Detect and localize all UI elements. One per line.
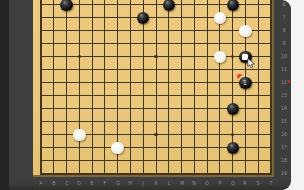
col-label-b: B — [52, 181, 55, 186]
col-label-d: D — [77, 181, 81, 186]
col-label-l: L — [167, 181, 170, 186]
col-label-k: K — [154, 181, 157, 186]
col-label-q: Q — [231, 181, 235, 186]
col-label-t: T — [270, 181, 273, 186]
col-label-r: R — [244, 181, 247, 186]
col-label-o: O — [205, 181, 209, 186]
col-label-n: N — [193, 181, 197, 186]
col-label-h: H — [129, 181, 133, 186]
col-label-m: M — [180, 181, 184, 186]
col-label-s: S — [257, 181, 260, 186]
col-label-e: E — [91, 181, 94, 186]
col-label-c: C — [65, 181, 68, 186]
video-panel[interactable]: 1 678910111213141516171819 ABCDEFGHJKLMN… — [0, 0, 291, 190]
row-12-red-dot — [288, 80, 291, 83]
col-label-g: G — [116, 181, 120, 186]
col-label-p: P — [218, 181, 221, 186]
col-label-a: A — [39, 181, 42, 186]
col-label-f: F — [104, 181, 107, 186]
screenshot-root: 1 678910111213141516171819 ABCDEFGHJKLMN… — [0, 0, 304, 190]
mouse-cursor — [247, 58, 255, 69]
col-label-j: J — [143, 181, 144, 186]
column-coordinate-labels: ABCDEFGHJKLMNOPQRST — [0, 0, 291, 190]
